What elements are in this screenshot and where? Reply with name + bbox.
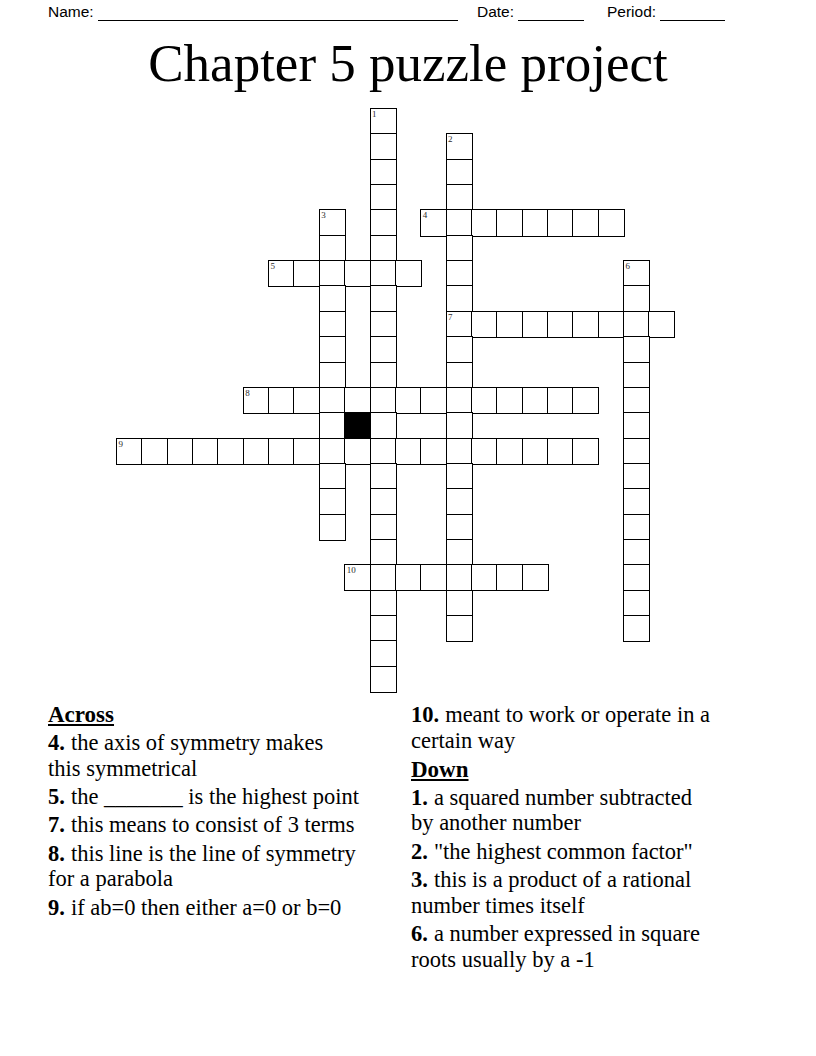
grid-cell[interactable] [370, 108, 397, 135]
grid-cell[interactable] [522, 311, 549, 338]
crossword-board: 12345678910 [116, 108, 676, 693]
grid-cell[interactable] [446, 387, 473, 414]
clue-text: the _______ is the highest point [71, 784, 359, 809]
grid-cell[interactable] [293, 387, 320, 414]
grid-cell[interactable] [370, 159, 397, 186]
grid-cell[interactable] [344, 387, 371, 414]
grid-cell[interactable] [623, 590, 650, 617]
grid-cell[interactable] [446, 235, 473, 262]
clue-number-label: 7. [48, 812, 65, 837]
grid-cell[interactable] [446, 209, 473, 236]
grid-cell[interactable] [623, 336, 650, 363]
grid-cell[interactable] [319, 488, 346, 515]
clue-text: a number expressed in square [434, 921, 700, 946]
grid-cell[interactable] [319, 463, 346, 490]
name-field: Name: [48, 2, 458, 21]
grid-cell[interactable] [446, 564, 473, 591]
period-field: Period: [607, 2, 725, 21]
clue-text: "the highest common factor" [434, 839, 693, 864]
grid-cell[interactable] [370, 463, 397, 490]
grid-cell[interactable] [623, 438, 650, 465]
grid-cell[interactable] [420, 387, 447, 414]
grid-cell[interactable] [446, 514, 473, 541]
grid-cell[interactable] [370, 438, 397, 465]
clue-text: a squared number subtracted [434, 785, 692, 810]
grid-cell[interactable] [471, 311, 498, 338]
grid-cell[interactable] [319, 387, 346, 414]
grid-cell[interactable] [370, 488, 397, 515]
grid-cell[interactable] [547, 311, 574, 338]
grid-cell[interactable] [623, 615, 650, 642]
grid-cell[interactable] [141, 438, 168, 465]
grid-cell[interactable] [116, 438, 143, 465]
grid-cell[interactable] [370, 564, 397, 591]
grid-cell[interactable] [420, 438, 447, 465]
grid-cell[interactable] [471, 387, 498, 414]
grid-cell[interactable] [319, 260, 346, 287]
grid-cell[interactable] [319, 235, 346, 262]
grid-cell[interactable] [370, 336, 397, 363]
grid-cell[interactable] [446, 133, 473, 160]
grid-cell[interactable] [420, 564, 447, 591]
grid-cell[interactable] [446, 463, 473, 490]
grid-cell[interactable] [370, 514, 397, 541]
grid-cell[interactable] [471, 438, 498, 465]
clue-number-label: 1. [411, 785, 428, 810]
grid-cell[interactable] [370, 387, 397, 414]
clue-across-7: 7.this means to consist of 3 terms [48, 812, 400, 838]
clue-text: certain way [411, 728, 763, 754]
grid-cell[interactable] [420, 209, 447, 236]
grid-cell[interactable] [446, 362, 473, 389]
grid-cell[interactable] [522, 387, 549, 414]
grid-cell[interactable] [446, 336, 473, 363]
grid-cell[interactable] [370, 184, 397, 211]
clue-down-2: 2."the highest common factor" [411, 839, 763, 865]
clue-across-8: 8.this line is the line of symmetry for … [48, 841, 400, 893]
grid-cell[interactable] [293, 438, 320, 465]
grid-cell[interactable] [547, 438, 574, 465]
down-clues-column: 10.meant to work or operate in a certain… [411, 702, 763, 975]
date-field: Date: [477, 2, 584, 21]
grid-cell[interactable] [344, 564, 371, 591]
clue-text: by another number [411, 810, 763, 836]
grid-cell[interactable] [623, 463, 650, 490]
grid-cell[interactable] [395, 387, 422, 414]
grid-cell[interactable] [446, 412, 473, 439]
grid-cell[interactable] [319, 362, 346, 389]
grid-cell[interactable] [446, 285, 473, 312]
grid-cell[interactable] [623, 488, 650, 515]
clue-text: this symmetrical [48, 756, 400, 782]
grid-cell[interactable] [293, 260, 320, 287]
grid-cell[interactable] [547, 387, 574, 414]
clue-across-10: 10.meant to work or operate in a certain… [411, 702, 763, 754]
clue-number-label: 3. [411, 867, 428, 892]
grid-cell[interactable] [268, 387, 295, 414]
clue-number-label: 8. [48, 841, 65, 866]
name-blank-line [98, 5, 458, 21]
clue-down-3: 3.this is a product of a rational number… [411, 867, 763, 919]
grid-cell[interactable] [572, 387, 599, 414]
grid-cell[interactable] [370, 615, 397, 642]
grid-cell[interactable] [522, 209, 549, 236]
grid-cell[interactable] [471, 564, 498, 591]
grid-cell[interactable] [319, 514, 346, 541]
clue-across-9: 9.if ab=0 then either a=0 or b=0 [48, 895, 400, 921]
grid-cell[interactable] [623, 362, 650, 389]
grid-cell[interactable] [623, 285, 650, 312]
grid-cell[interactable] [319, 336, 346, 363]
page-title: Chapter 5 puzzle project [0, 33, 816, 93]
clue-down-6: 6.a number expressed in square roots usu… [411, 921, 763, 973]
grid-cell[interactable] [623, 539, 650, 566]
across-clues-column: Across 4.the axis of symmetry makes this… [48, 702, 400, 923]
grid-cell[interactable] [623, 564, 650, 591]
down-header: Down [411, 757, 763, 783]
grid-cell[interactable] [319, 311, 346, 338]
across-header: Across [48, 702, 400, 728]
clue-text: for a parabola [48, 866, 400, 892]
grid-cell[interactable] [496, 438, 523, 465]
grid-cell[interactable] [446, 488, 473, 515]
grid-cell[interactable] [446, 311, 473, 338]
clue-number-label: 9. [48, 895, 65, 920]
clue-text: this line is the line of symmetry [71, 841, 356, 866]
grid-cell[interactable] [446, 159, 473, 186]
clue-number-label: 2. [411, 839, 428, 864]
clue-across-4: 4.the axis of symmetry makes this symmet… [48, 730, 400, 782]
grid-cell[interactable] [623, 412, 650, 439]
clue-text: this means to consist of 3 terms [71, 812, 355, 837]
clue-text: roots usually by a -1 [411, 947, 763, 973]
grid-cell[interactable] [370, 539, 397, 566]
grid-cell[interactable] [446, 260, 473, 287]
grid-cell[interactable] [370, 311, 397, 338]
grid-cell[interactable] [446, 539, 473, 566]
grid-cell[interactable] [395, 260, 422, 287]
date-label: Date: [477, 3, 514, 20]
grid-cell[interactable] [572, 438, 599, 465]
grid-cell[interactable] [446, 590, 473, 617]
grid-cell[interactable] [370, 209, 397, 236]
grid-cell[interactable] [217, 438, 244, 465]
grid-cell[interactable] [370, 412, 397, 439]
grid-cell[interactable] [496, 387, 523, 414]
grid-cell[interactable] [344, 438, 371, 465]
name-label: Name: [48, 3, 94, 20]
grid-cell[interactable] [370, 285, 397, 312]
grid-cell[interactable] [598, 209, 625, 236]
clue-number-label: 6. [411, 921, 428, 946]
grid-cell[interactable] [446, 184, 473, 211]
clue-text: this is a product of a rational [434, 867, 691, 892]
grid-cell[interactable] [522, 438, 549, 465]
clue-across-5: 5.the _______ is the highest point [48, 784, 400, 810]
grid-cell[interactable] [572, 311, 599, 338]
grid-cell[interactable] [243, 387, 270, 414]
grid-cell[interactable] [370, 235, 397, 262]
clue-down-1: 1.a squared number subtracted by another… [411, 785, 763, 837]
grid-cell[interactable] [547, 209, 574, 236]
grid-cell[interactable] [522, 564, 549, 591]
grid-cell[interactable] [268, 260, 295, 287]
grid-cell[interactable] [268, 438, 295, 465]
grid-cell[interactable] [623, 514, 650, 541]
clue-text: number times itself [411, 893, 763, 919]
grid-cell[interactable] [395, 438, 422, 465]
clue-text: if ab=0 then either a=0 or b=0 [71, 895, 341, 920]
grid-cell[interactable] [648, 311, 675, 338]
grid-cell[interactable] [446, 615, 473, 642]
grid-cell[interactable] [496, 209, 523, 236]
grid-cell[interactable] [598, 311, 625, 338]
grid-cell[interactable] [192, 438, 219, 465]
date-blank-line [518, 5, 584, 21]
grid-cell[interactable] [496, 311, 523, 338]
clue-number-label: 10. [411, 702, 439, 727]
grid-cell[interactable] [572, 209, 599, 236]
black-cell [344, 412, 371, 439]
clue-number-label: 4. [48, 730, 65, 755]
grid-cell[interactable] [319, 209, 346, 236]
period-label: Period: [607, 3, 656, 20]
grid-cell[interactable] [319, 438, 346, 465]
grid-cell[interactable] [243, 438, 270, 465]
grid-cell[interactable] [446, 438, 473, 465]
grid-cell[interactable] [370, 362, 397, 389]
grid-cell[interactable] [623, 387, 650, 414]
grid-cell[interactable] [319, 285, 346, 312]
grid-cell[interactable] [370, 590, 397, 617]
clue-text: meant to work or operate in a [445, 702, 710, 727]
grid-cell[interactable] [370, 666, 397, 693]
grid-cell[interactable] [623, 311, 650, 338]
grid-cell[interactable] [370, 133, 397, 160]
grid-cell[interactable] [167, 438, 194, 465]
grid-cell[interactable] [395, 564, 422, 591]
period-blank-line [660, 5, 725, 21]
grid-cell[interactable] [370, 260, 397, 287]
grid-cell[interactable] [471, 209, 498, 236]
clue-text: the axis of symmetry makes [71, 730, 323, 755]
grid-cell[interactable] [370, 640, 397, 667]
grid-cell[interactable] [319, 412, 346, 439]
grid-cell[interactable] [496, 564, 523, 591]
grid-cell[interactable] [344, 260, 371, 287]
clue-number-label: 5. [48, 784, 65, 809]
grid-cell[interactable] [623, 260, 650, 287]
crossword-worksheet-page: Name: Date: Period: Chapter 5 puzzle pro… [0, 0, 816, 1056]
